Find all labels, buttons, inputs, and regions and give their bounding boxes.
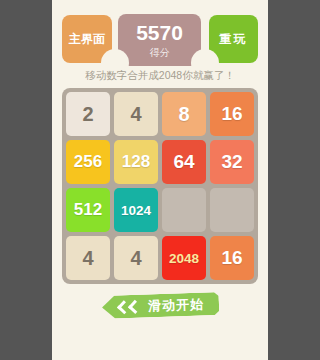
tile-256: 256 <box>66 140 110 184</box>
tile-2048: 2048 <box>162 236 206 280</box>
tile-16: 16 <box>210 92 254 136</box>
tile-64: 64 <box>162 140 206 184</box>
score-value: 5570 <box>136 21 183 45</box>
game-screen: 主界面 5570 得分 重玩 移动数字合并成2048你就赢了！ 24816256… <box>52 0 268 360</box>
double-left-chevron-icon <box>119 301 141 312</box>
start-button[interactable]: 滑动开始 <box>102 292 220 319</box>
tile-32: 32 <box>210 140 254 184</box>
tile-128: 128 <box>114 140 158 184</box>
score-panel: 5570 得分 <box>118 14 201 66</box>
tile-512: 512 <box>66 188 110 232</box>
empty-cell <box>162 188 206 232</box>
instruction-text: 移动数字合并成2048你就赢了！ <box>52 69 268 83</box>
tile-16: 16 <box>210 236 254 280</box>
tile-4: 4 <box>114 236 158 280</box>
score-label: 得分 <box>150 46 170 60</box>
tile-4: 4 <box>114 92 158 136</box>
empty-cell <box>210 188 254 232</box>
tile-1024: 1024 <box>114 188 158 232</box>
tile-2: 2 <box>66 92 110 136</box>
tile-8: 8 <box>162 92 206 136</box>
board-grid[interactable]: 248162561286432512102444204816 <box>62 88 258 284</box>
tile-4: 4 <box>66 236 110 280</box>
start-button-label: 滑动开始 <box>148 295 205 315</box>
